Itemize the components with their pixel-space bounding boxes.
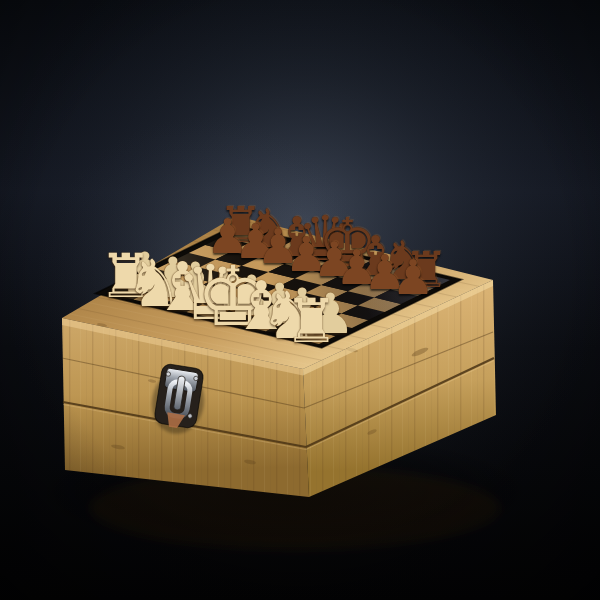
pieces-layer: ♜♞♟♝♟♛♟♚♟♝♟♞♟♜♟♟♟♟♜♟♞♟♝♟♛♟♚♟♝♟♞♜ bbox=[0, 0, 600, 600]
chess-box-scene: ♜♞♟♝♟♛♟♚♟♝♟♞♟♜♟♟♟♟♜♟♞♟♝♟♛♟♚♟♝♟♞♜ bbox=[0, 0, 600, 600]
piece-black-pawn-h7[interactable]: ♟ bbox=[391, 253, 434, 301]
piece-white-rook-h1[interactable]: ♜ bbox=[284, 291, 339, 352]
